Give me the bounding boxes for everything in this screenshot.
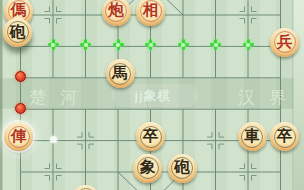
piece-black-elephant[interactable]: 象: [133, 154, 162, 183]
red-move-hint-dot[interactable]: [15, 103, 26, 114]
green-move-hint-dot[interactable]: [243, 39, 254, 50]
point-marker: [45, 7, 50, 12]
point-marker: [240, 19, 245, 24]
piece-character: 砲: [174, 159, 190, 175]
piece-black-horse[interactable]: 馬: [106, 59, 135, 88]
point-marker: [57, 176, 62, 181]
piece-character: 卒: [143, 128, 159, 144]
river-label-left: 楚河: [29, 86, 91, 109]
green-move-hint-dot[interactable]: [210, 39, 221, 50]
piece-black-soldier[interactable]: 卒: [270, 122, 299, 151]
green-move-hint-dot[interactable]: [48, 39, 59, 50]
point-marker: [89, 144, 94, 149]
point-marker: [77, 144, 82, 149]
point-marker: [45, 164, 50, 169]
piece-red-soldier[interactable]: 兵: [270, 28, 299, 57]
point-marker: [45, 19, 50, 24]
point-marker: [240, 176, 245, 181]
piece-black-cannon[interactable]: 砲: [168, 154, 197, 183]
point-marker: [77, 132, 82, 137]
point-marker: [252, 19, 257, 24]
point-marker: [57, 19, 62, 24]
point-marker: [252, 164, 257, 169]
xiangqi-board: 楚河 汉界 jj象棋 傌炮相砲兵馬俥卒車卒象砲: [0, 0, 304, 190]
green-move-hint-dot[interactable]: [80, 39, 91, 50]
piece-black-chariot[interactable]: 車: [238, 122, 267, 151]
piece-red-chariot[interactable]: 俥: [4, 122, 33, 151]
point-marker: [240, 164, 245, 169]
white-marker-dot: [50, 136, 57, 143]
point-marker: [57, 164, 62, 169]
piece-character: 卒: [277, 128, 293, 144]
point-marker: [252, 176, 257, 181]
point-marker: [252, 7, 257, 12]
point-marker: [207, 144, 212, 149]
point-marker: [207, 132, 212, 137]
piece-character: 炮: [108, 2, 124, 18]
app-logo: jj象棋: [134, 87, 171, 105]
point-marker: [219, 144, 224, 149]
point-marker: [45, 176, 50, 181]
green-move-hint-dot[interactable]: [178, 39, 189, 50]
piece-character: 兵: [277, 34, 293, 50]
piece-black-soldier[interactable]: 卒: [136, 122, 165, 151]
point-marker: [219, 132, 224, 137]
green-move-hint-dot[interactable]: [113, 39, 124, 50]
piece-black-cannon[interactable]: 砲: [3, 18, 32, 47]
point-marker: [240, 7, 245, 12]
piece-character: 象: [140, 159, 156, 175]
piece-red-elephant[interactable]: 相: [136, 0, 165, 26]
piece-red-cannon[interactable]: 炮: [102, 0, 131, 26]
piece-character: 傌: [11, 2, 27, 18]
point-marker: [89, 132, 94, 137]
river-label-right: 汉界: [238, 86, 300, 109]
piece-character: 馬: [112, 65, 128, 81]
piece-character: 相: [143, 2, 159, 18]
piece-character: 砲: [10, 24, 26, 40]
piece-character: 俥: [11, 128, 27, 144]
point-marker: [57, 7, 62, 12]
piece-character: 車: [244, 128, 260, 144]
green-move-hint-dot[interactable]: [145, 39, 156, 50]
